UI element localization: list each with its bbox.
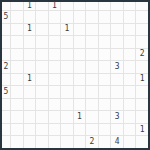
cell-r11c7[interactable] [74,124,86,136]
cell-r10c2[interactable] [11,111,23,123]
cell-r7c7[interactable] [74,74,86,86]
cell-r11c11[interactable] [124,124,136,136]
cell-r11c6[interactable] [61,124,73,136]
cell-r12c12[interactable] [136,136,148,148]
clue-cell-r2c1: 5 [2,11,10,23]
clue-cell-r7c3: 1 [24,74,36,86]
clue-cell-r7c12: 1 [136,74,148,86]
cell-r9c7[interactable] [74,99,86,111]
cell-r2c2[interactable] [11,11,23,23]
cell-r4c1[interactable] [2,36,10,48]
cell-r10c1[interactable] [2,111,10,123]
cell-r10c3[interactable] [24,111,36,123]
cell-r9c11[interactable] [124,99,136,111]
cell-r4c2[interactable] [11,36,23,48]
cell-r5c2[interactable] [11,49,23,61]
cell-r5c3[interactable] [24,49,36,61]
cell-r9c6[interactable] [61,99,73,111]
cell-r2c7[interactable] [74,11,86,23]
cell-r12c6[interactable] [61,136,73,148]
cell-r8c7[interactable] [74,86,86,98]
cell-r8c9[interactable] [99,86,111,98]
cell-r11c5[interactable] [49,124,61,136]
clue-cell-r3c3: 1 [24,24,36,36]
cell-r5c5[interactable] [49,49,61,61]
cell-r5c10[interactable] [111,49,123,61]
cell-r7c9[interactable] [99,74,111,86]
cell-r3c10[interactable] [111,24,123,36]
cell-r7c11[interactable] [124,74,136,86]
cell-r3c7[interactable] [74,24,86,36]
cell-r1c1[interactable] [2,2,10,10]
cell-r12c3[interactable] [24,136,36,148]
cell-r2c10[interactable] [111,11,123,23]
cell-r9c9[interactable] [99,99,111,111]
cell-r9c4[interactable] [36,99,48,111]
cell-r6c6[interactable] [61,61,73,73]
cell-r12c7[interactable] [74,136,86,148]
cell-r10c8[interactable] [86,111,98,123]
cell-r8c4[interactable] [36,86,48,98]
cell-r4c4[interactable] [36,36,48,48]
cell-r8c6[interactable] [61,86,73,98]
cell-r4c12[interactable] [136,36,148,48]
clue-cell-r3c6: 1 [61,24,73,36]
cell-r5c9[interactable] [99,49,111,61]
cell-r2c6[interactable] [61,11,73,23]
clue-cell-r11c12: 1 [136,124,148,136]
cell-r8c8[interactable] [86,86,98,98]
cell-r3c2[interactable] [11,24,23,36]
cell-r4c8[interactable] [86,36,98,48]
clue-cell-r10c10: 3 [111,111,123,123]
cell-r3c9[interactable] [99,24,111,36]
cell-r6c2[interactable] [11,61,23,73]
cell-r12c2[interactable] [11,136,23,148]
cell-r11c4[interactable] [36,124,48,136]
clue-cell-r1c5: 1 [49,2,61,10]
cell-r1c10[interactable] [111,2,123,10]
cell-r12c11[interactable] [124,136,136,148]
cell-r6c11[interactable] [124,61,136,73]
cell-r10c12[interactable] [136,111,148,123]
cell-r4c6[interactable] [61,36,73,48]
cell-r2c8[interactable] [86,11,98,23]
cell-r11c2[interactable] [11,124,23,136]
cell-r8c10[interactable] [111,86,123,98]
clue-cell-r6c10: 3 [111,61,123,73]
cell-r10c11[interactable] [124,111,136,123]
cell-r5c8[interactable] [86,49,98,61]
cell-r11c8[interactable] [86,124,98,136]
cell-r7c2[interactable] [11,74,23,86]
cell-r5c4[interactable] [36,49,48,61]
cell-r11c9[interactable] [99,124,111,136]
cell-r8c5[interactable] [49,86,61,98]
cell-r7c5[interactable] [49,74,61,86]
cell-r12c5[interactable] [49,136,61,148]
cell-r1c4[interactable] [36,2,48,10]
cell-r8c12[interactable] [136,86,148,98]
cell-r1c7[interactable] [74,2,86,10]
cell-r1c12[interactable] [136,2,148,10]
cell-r2c4[interactable] [36,11,48,23]
cell-r9c10[interactable] [111,99,123,111]
cell-r6c3[interactable] [24,61,36,73]
cell-r11c1[interactable] [2,124,10,136]
cell-r5c11[interactable] [124,49,136,61]
cell-r1c8[interactable] [86,2,98,10]
cell-r1c6[interactable] [61,2,73,10]
cell-r11c3[interactable] [24,124,36,136]
cell-r9c3[interactable] [24,99,36,111]
cell-r1c2[interactable] [11,2,23,10]
cell-r2c11[interactable] [124,11,136,23]
cell-r4c11[interactable] [124,36,136,48]
cell-r9c5[interactable] [49,99,61,111]
cell-r3c11[interactable] [124,24,136,36]
cell-r2c12[interactable] [136,11,148,23]
cell-r9c1[interactable] [2,99,10,111]
cell-r8c2[interactable] [11,86,23,98]
cell-r2c9[interactable] [99,11,111,23]
clue-cell-r12c8: 2 [86,136,98,148]
cell-r7c4[interactable] [36,74,48,86]
cell-r6c8[interactable] [86,61,98,73]
cell-r3c4[interactable] [36,24,48,36]
cell-r12c4[interactable] [36,136,48,148]
nurikabe-board: 1151122311513124 [0,0,150,150]
cell-r1c9[interactable] [99,2,111,10]
cell-r7c10[interactable] [111,74,123,86]
cell-r6c9[interactable] [99,61,111,73]
clue-cell-r6c1: 2 [2,61,10,73]
cell-r3c5[interactable] [49,24,61,36]
cell-r7c1[interactable] [2,74,10,86]
cell-r6c12[interactable] [136,61,148,73]
cell-r10c5[interactable] [49,111,61,123]
cell-r4c3[interactable] [24,36,36,48]
cell-r4c5[interactable] [49,36,61,48]
cell-r3c12[interactable] [136,24,148,36]
cell-r9c2[interactable] [11,99,23,111]
cell-r2c3[interactable] [24,11,36,23]
cell-r6c4[interactable] [36,61,48,73]
cell-r12c1[interactable] [2,136,10,148]
clue-cell-r8c1: 5 [2,86,10,98]
cell-r9c8[interactable] [86,99,98,111]
cell-r8c11[interactable] [124,86,136,98]
cell-r11c10[interactable] [111,124,123,136]
cell-r7c8[interactable] [86,74,98,86]
cell-r10c4[interactable] [36,111,48,123]
clue-cell-r12c10: 4 [111,136,123,148]
cell-r6c7[interactable] [74,61,86,73]
cell-r9c12[interactable] [136,99,148,111]
cell-r6c5[interactable] [49,61,61,73]
cell-r1c11[interactable] [124,2,136,10]
cell-r7c6[interactable] [61,74,73,86]
cell-r4c7[interactable] [74,36,86,48]
cell-r10c6[interactable] [61,111,73,123]
cell-r3c1[interactable] [2,24,10,36]
clue-cell-r5c12: 2 [136,49,148,61]
cell-r5c6[interactable] [61,49,73,61]
cell-r8c3[interactable] [24,86,36,98]
cell-r12c9[interactable] [99,136,111,148]
clue-cell-r1c3: 1 [24,2,36,10]
cell-r3c8[interactable] [86,24,98,36]
cell-r5c7[interactable] [74,49,86,61]
cell-r5c1[interactable] [2,49,10,61]
cell-r2c5[interactable] [49,11,61,23]
cell-r4c10[interactable] [111,36,123,48]
clue-cell-r10c7: 1 [74,111,86,123]
cell-r4c9[interactable] [99,36,111,48]
cell-r10c9[interactable] [99,111,111,123]
